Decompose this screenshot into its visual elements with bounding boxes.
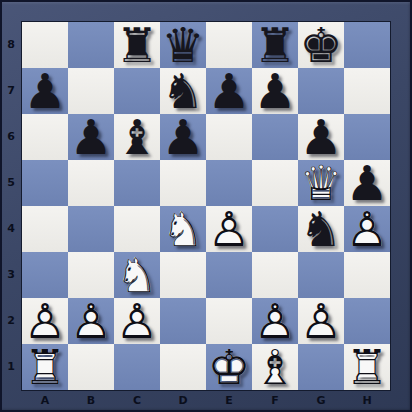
square-b5[interactable] bbox=[68, 160, 114, 206]
square-e7[interactable]: ♟ bbox=[206, 68, 252, 114]
white-king-e1-icon[interactable]: ♚♔ bbox=[206, 344, 252, 390]
white-pawn-b2-icon[interactable]: ♟♙ bbox=[68, 298, 114, 344]
square-h1[interactable]: ♜♖ bbox=[344, 344, 390, 390]
square-a8[interactable] bbox=[22, 22, 68, 68]
square-e5[interactable] bbox=[206, 160, 252, 206]
square-a7[interactable]: ♟ bbox=[22, 68, 68, 114]
black-pawn-b6-icon[interactable]: ♟ bbox=[68, 114, 114, 160]
square-a3[interactable] bbox=[22, 252, 68, 298]
black-pawn-f7-icon[interactable]: ♟ bbox=[252, 68, 298, 114]
rank-label-7: 7 bbox=[0, 68, 22, 114]
square-e8[interactable] bbox=[206, 22, 252, 68]
square-e2[interactable] bbox=[206, 298, 252, 344]
square-f4[interactable] bbox=[252, 206, 298, 252]
square-e4[interactable]: ♟♙ bbox=[206, 206, 252, 252]
square-c1[interactable] bbox=[114, 344, 160, 390]
square-g1[interactable] bbox=[298, 344, 344, 390]
square-g2[interactable]: ♟♙ bbox=[298, 298, 344, 344]
file-labels: ABCDEFGH bbox=[22, 390, 390, 412]
black-rook-c8-icon[interactable]: ♜ bbox=[114, 22, 160, 68]
square-f7[interactable]: ♟ bbox=[252, 68, 298, 114]
square-d6[interactable]: ♟ bbox=[160, 114, 206, 160]
file-label-f: F bbox=[252, 390, 298, 412]
white-pawn-a2-icon[interactable]: ♟♙ bbox=[22, 298, 68, 344]
square-g5[interactable]: ♛♕ bbox=[298, 160, 344, 206]
file-label-h: H bbox=[344, 390, 390, 412]
square-a5[interactable] bbox=[22, 160, 68, 206]
square-f5[interactable] bbox=[252, 160, 298, 206]
square-d7[interactable]: ♞ bbox=[160, 68, 206, 114]
rank-label-5: 5 bbox=[0, 160, 22, 206]
square-g3[interactable] bbox=[298, 252, 344, 298]
rank-label-4: 4 bbox=[0, 206, 22, 252]
file-label-d: D bbox=[160, 390, 206, 412]
file-label-c: C bbox=[114, 390, 160, 412]
white-pawn-c2-icon[interactable]: ♟♙ bbox=[114, 298, 160, 344]
square-c5[interactable] bbox=[114, 160, 160, 206]
square-e6[interactable] bbox=[206, 114, 252, 160]
chess-board-frame: 87654321 ♜♛♜♚♟♞♟♟♟♝♟♟♛♕♟♞♘♟♙♞♟♙♞♘♟♙♟♙♟♙♟… bbox=[0, 0, 412, 412]
white-knight-c3-icon[interactable]: ♞♘ bbox=[114, 252, 160, 298]
square-a1[interactable]: ♜♖ bbox=[22, 344, 68, 390]
black-knight-d7-icon[interactable]: ♞ bbox=[160, 68, 206, 114]
square-e1[interactable]: ♚♔ bbox=[206, 344, 252, 390]
square-g6[interactable]: ♟ bbox=[298, 114, 344, 160]
square-h6[interactable] bbox=[344, 114, 390, 160]
black-bishop-c6-icon[interactable]: ♝ bbox=[114, 114, 160, 160]
square-d3[interactable] bbox=[160, 252, 206, 298]
black-rook-f8-icon[interactable]: ♜ bbox=[252, 22, 298, 68]
black-pawn-a7-icon[interactable]: ♟ bbox=[22, 68, 68, 114]
white-bishop-f1-icon[interactable]: ♝♗ bbox=[252, 344, 298, 390]
square-b1[interactable] bbox=[68, 344, 114, 390]
rank-label-8: 8 bbox=[0, 22, 22, 68]
square-c2[interactable]: ♟♙ bbox=[114, 298, 160, 344]
board: ♜♛♜♚♟♞♟♟♟♝♟♟♛♕♟♞♘♟♙♞♟♙♞♘♟♙♟♙♟♙♟♙♟♙♜♖♚♔♝♗… bbox=[22, 22, 390, 390]
square-g7[interactable] bbox=[298, 68, 344, 114]
square-g4[interactable]: ♞ bbox=[298, 206, 344, 252]
black-pawn-h5-icon[interactable]: ♟ bbox=[344, 160, 390, 206]
rank-label-3: 3 bbox=[0, 252, 22, 298]
square-h3[interactable] bbox=[344, 252, 390, 298]
square-e3[interactable] bbox=[206, 252, 252, 298]
square-h2[interactable] bbox=[344, 298, 390, 344]
square-c8[interactable]: ♜ bbox=[114, 22, 160, 68]
square-d4[interactable]: ♞♘ bbox=[160, 206, 206, 252]
black-pawn-e7-icon[interactable]: ♟ bbox=[206, 68, 252, 114]
square-d2[interactable] bbox=[160, 298, 206, 344]
square-g8[interactable]: ♚ bbox=[298, 22, 344, 68]
square-f6[interactable] bbox=[252, 114, 298, 160]
square-d1[interactable] bbox=[160, 344, 206, 390]
square-a6[interactable] bbox=[22, 114, 68, 160]
white-pawn-e4-icon[interactable]: ♟♙ bbox=[206, 206, 252, 252]
square-h4[interactable]: ♟♙ bbox=[344, 206, 390, 252]
white-pawn-f2-icon[interactable]: ♟♙ bbox=[252, 298, 298, 344]
white-rook-a1-icon[interactable]: ♜♖ bbox=[22, 344, 68, 390]
white-knight-d4-icon[interactable]: ♞♘ bbox=[160, 206, 206, 252]
square-a4[interactable] bbox=[22, 206, 68, 252]
rank-label-6: 6 bbox=[0, 114, 22, 160]
black-pawn-d6-icon[interactable]: ♟ bbox=[160, 114, 206, 160]
file-label-g: G bbox=[298, 390, 344, 412]
square-b2[interactable]: ♟♙ bbox=[68, 298, 114, 344]
square-b6[interactable]: ♟ bbox=[68, 114, 114, 160]
square-f1[interactable]: ♝♗ bbox=[252, 344, 298, 390]
square-b3[interactable] bbox=[68, 252, 114, 298]
square-c3[interactable]: ♞♘ bbox=[114, 252, 160, 298]
file-label-a: A bbox=[22, 390, 68, 412]
white-pawn-h4-icon[interactable]: ♟♙ bbox=[344, 206, 390, 252]
square-f8[interactable]: ♜ bbox=[252, 22, 298, 68]
square-h7[interactable] bbox=[344, 68, 390, 114]
file-label-b: B bbox=[68, 390, 114, 412]
black-pawn-g6-icon[interactable]: ♟ bbox=[298, 114, 344, 160]
white-queen-g5-icon[interactable]: ♛♕ bbox=[298, 160, 344, 206]
black-queen-d8-icon[interactable]: ♛ bbox=[160, 22, 206, 68]
square-b4[interactable] bbox=[68, 206, 114, 252]
black-king-g8-icon[interactable]: ♚ bbox=[298, 22, 344, 68]
square-d5[interactable] bbox=[160, 160, 206, 206]
square-f3[interactable] bbox=[252, 252, 298, 298]
square-c6[interactable]: ♝ bbox=[114, 114, 160, 160]
rank-label-2: 2 bbox=[0, 298, 22, 344]
square-h8[interactable] bbox=[344, 22, 390, 68]
white-pawn-g2-icon[interactable]: ♟♙ bbox=[298, 298, 344, 344]
rank-label-1: 1 bbox=[0, 344, 22, 390]
white-rook-h1-icon[interactable]: ♜♖ bbox=[344, 344, 390, 390]
file-label-e: E bbox=[206, 390, 252, 412]
rank-labels: 87654321 bbox=[0, 22, 22, 390]
square-c4[interactable] bbox=[114, 206, 160, 252]
square-c7[interactable] bbox=[114, 68, 160, 114]
square-f2[interactable]: ♟♙ bbox=[252, 298, 298, 344]
square-h5[interactable]: ♟ bbox=[344, 160, 390, 206]
black-knight-g4-icon[interactable]: ♞ bbox=[298, 206, 344, 252]
square-a2[interactable]: ♟♙ bbox=[22, 298, 68, 344]
square-b7[interactable] bbox=[68, 68, 114, 114]
square-b8[interactable] bbox=[68, 22, 114, 68]
square-d8[interactable]: ♛ bbox=[160, 22, 206, 68]
